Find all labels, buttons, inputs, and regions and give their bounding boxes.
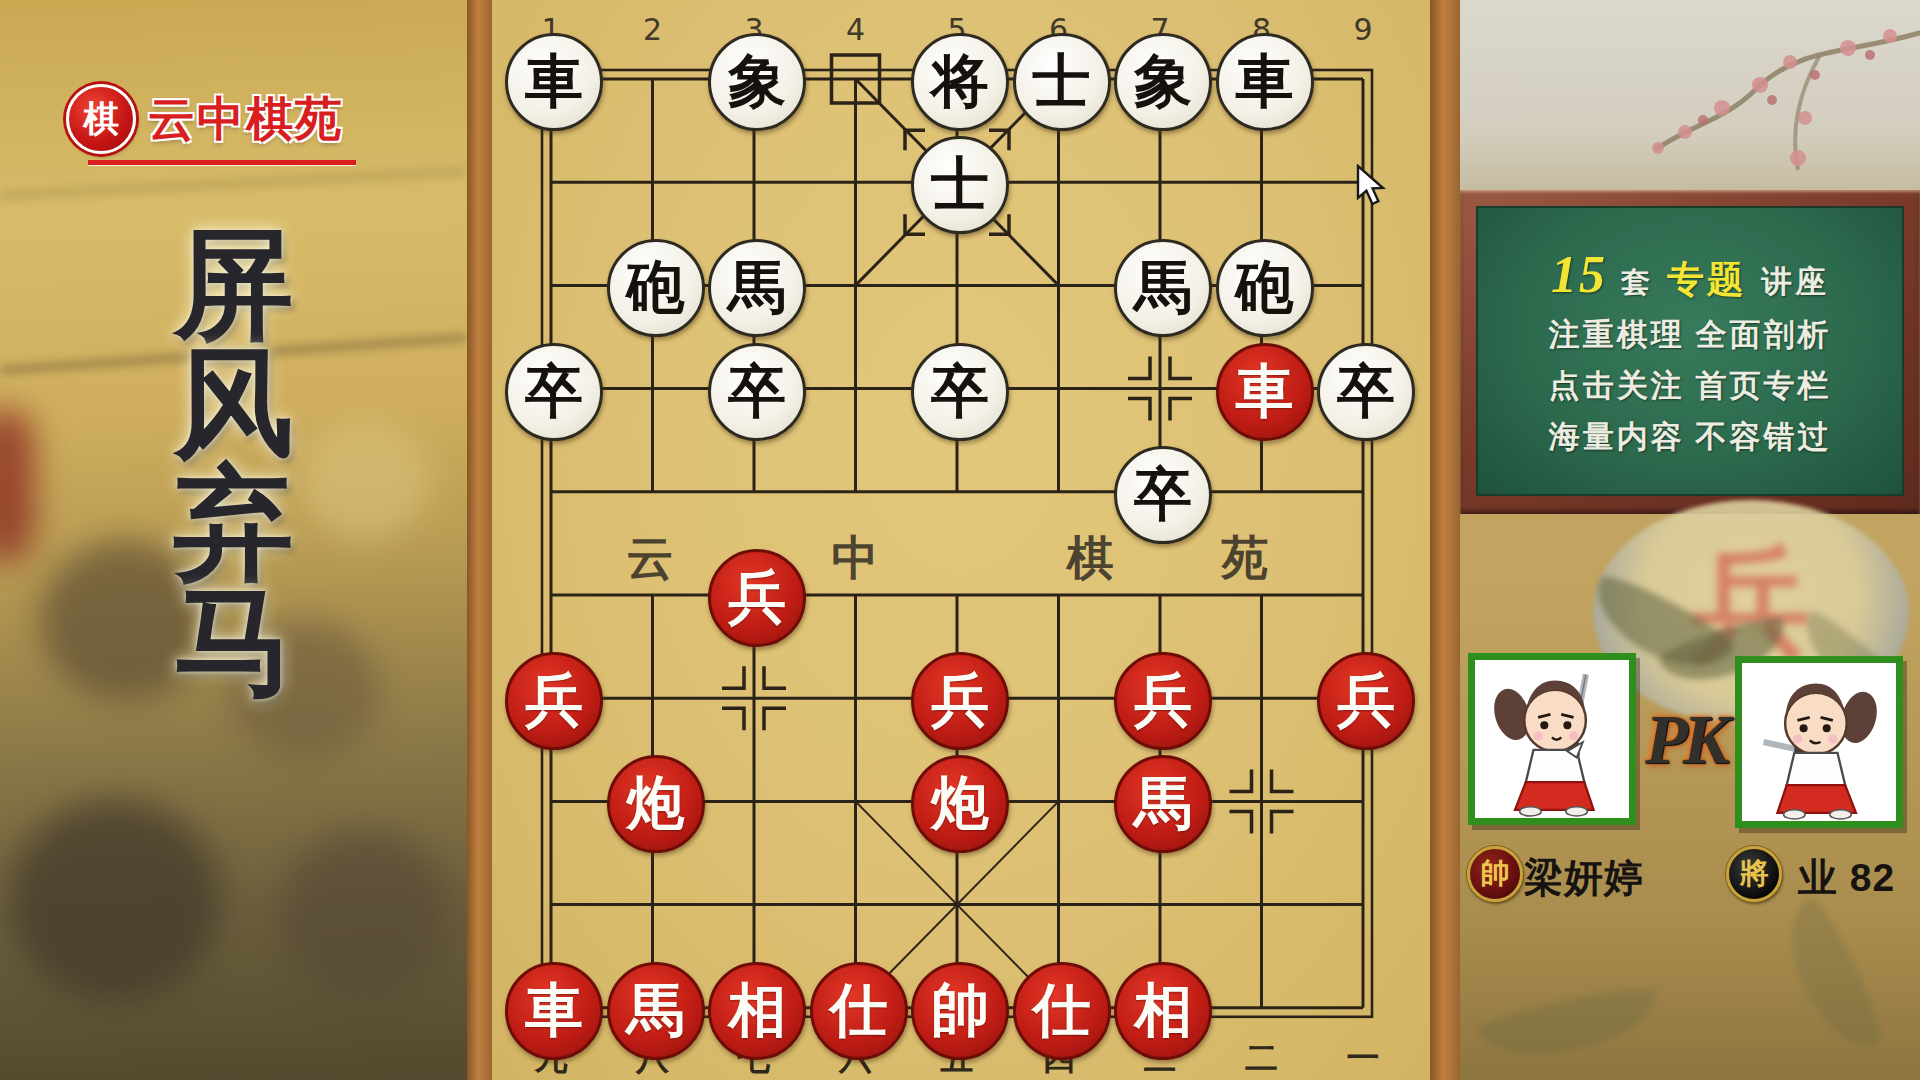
chalkboard-line1-segment: 讲座: [1761, 261, 1829, 303]
piece-black-砲[interactable]: 砲: [607, 239, 705, 337]
piece-red-相[interactable]: 相: [1114, 962, 1212, 1060]
piece-black-卒[interactable]: 卒: [505, 343, 603, 441]
piece-red-車[interactable]: 車: [505, 962, 603, 1060]
piece-red-仕[interactable]: 仕: [810, 962, 908, 1060]
piece-black-将[interactable]: 将: [911, 33, 1009, 131]
plum-branch-art: [1460, 0, 1920, 192]
board-frame-left: [467, 0, 492, 1080]
logo-underline: [88, 160, 356, 165]
photo-piece-blob: [280, 830, 450, 1000]
chalkboard-banner: 15套专题讲座 注重棋理 全面剖析 点击关注 首页专栏 海量内容 不容错过: [1460, 190, 1920, 514]
piece-black-馬[interactable]: 馬: [1114, 239, 1212, 337]
piece-red-仕[interactable]: 仕: [1013, 962, 1111, 1060]
piece-red-馬[interactable]: 馬: [607, 962, 705, 1060]
piece-black-卒[interactable]: 卒: [911, 343, 1009, 441]
title-char: 马: [0, 583, 467, 702]
left-photo-panel: 棋 云中棋苑 屏风弃马: [0, 0, 467, 1080]
piece-red-兵[interactable]: 兵: [911, 652, 1009, 750]
file-label-top: 4: [846, 12, 865, 47]
logo-text: 云中棋苑: [148, 88, 344, 151]
piece-red-帥[interactable]: 帥: [911, 962, 1009, 1060]
piece-black-卒[interactable]: 卒: [1317, 343, 1415, 441]
piece-red-相[interactable]: 相: [708, 962, 806, 1060]
river-inscription-char: 苑: [1222, 527, 1269, 590]
red-player-avatar: [1468, 653, 1636, 825]
title-char: 弃: [0, 464, 467, 583]
piece-black-馬[interactable]: 馬: [708, 239, 806, 337]
channel-logo: 棋 云中棋苑: [66, 84, 344, 154]
file-label-top: 9: [1353, 12, 1372, 47]
plum-blossom-painting: [1460, 0, 1920, 192]
piece-red-兵[interactable]: 兵: [708, 549, 806, 647]
piece-black-卒[interactable]: 卒: [1114, 446, 1212, 544]
red-side-badge: 帥: [1467, 846, 1523, 902]
file-label-bottom: 一: [1347, 1036, 1380, 1080]
piece-black-士[interactable]: 士: [1013, 33, 1111, 131]
red-badge-char: 帥: [1481, 854, 1510, 894]
piece-red-炮[interactable]: 炮: [607, 755, 705, 853]
xiangqi-board[interactable]: 123456789九八七六五四三二一云中棋苑車象将士象車士砲馬馬砲卒卒卒車卒卒兵…: [492, 0, 1430, 1080]
chalkboard-line-2: 注重棋理 全面剖析: [1480, 314, 1900, 356]
piece-red-馬[interactable]: 馬: [1114, 755, 1212, 853]
title-char: 风: [0, 345, 467, 464]
black-badge-char: 將: [1740, 854, 1769, 894]
pk-label: PK: [1630, 700, 1740, 780]
black-side-badge: 將: [1726, 846, 1782, 902]
avatar-kid-art: [1742, 663, 1896, 821]
photo-piece-blob: [10, 800, 220, 1000]
chalkboard-line-3: 点击关注 首页专栏: [1480, 365, 1900, 407]
mouse-cursor: [1354, 164, 1394, 208]
river-inscription-char: 棋: [1067, 527, 1114, 590]
piece-black-車[interactable]: 車: [1216, 33, 1314, 131]
episode-title-vertical: 屏风弃马: [0, 226, 467, 702]
chalkboard-line-4: 海量内容 不容错过: [1480, 416, 1900, 458]
piece-red-車[interactable]: 車: [1216, 343, 1314, 441]
logo-seal-char: 棋: [83, 95, 119, 144]
piece-red-兵[interactable]: 兵: [1317, 652, 1415, 750]
app-window: 棋 云中棋苑 屏风弃马 123456789九八七六五四三二一云中棋苑車象将士象車…: [0, 0, 1920, 1080]
piece-black-象[interactable]: 象: [708, 33, 806, 131]
file-label-top: 2: [643, 12, 662, 47]
chalkboard-line-1: 15套专题讲座: [1480, 245, 1900, 305]
chalkboard-line1-segment: 15: [1551, 245, 1607, 304]
piece-black-象[interactable]: 象: [1114, 33, 1212, 131]
piece-red-兵[interactable]: 兵: [1114, 652, 1212, 750]
avatar-kid-art: [1475, 660, 1629, 818]
piece-black-士[interactable]: 士: [911, 136, 1009, 234]
chalkboard-line1-segment: 套: [1621, 263, 1653, 303]
logo-seal-icon: 棋: [66, 84, 136, 154]
piece-black-砲[interactable]: 砲: [1216, 239, 1314, 337]
piece-red-炮[interactable]: 炮: [911, 755, 1009, 853]
chalkboard-surface: 15套专题讲座 注重棋理 全面剖析 点击关注 首页专栏 海量内容 不容错过: [1476, 206, 1904, 496]
black-player-name: 业 82: [1798, 851, 1895, 905]
photo-grid-line: [0, 168, 467, 199]
board-frame-right: [1430, 0, 1460, 1080]
file-label-bottom: 二: [1245, 1036, 1278, 1080]
river-inscription-char: 中: [832, 527, 879, 590]
river-inscription-char: 云: [627, 527, 674, 590]
chalkboard-line1-segment: 专题: [1667, 255, 1747, 305]
piece-black-卒[interactable]: 卒: [708, 343, 806, 441]
black-player-avatar: [1735, 656, 1903, 828]
title-char: 屏: [0, 226, 467, 345]
red-player-name: 梁妍婷: [1524, 851, 1644, 905]
piece-red-兵[interactable]: 兵: [505, 652, 603, 750]
piece-black-車[interactable]: 車: [505, 33, 603, 131]
